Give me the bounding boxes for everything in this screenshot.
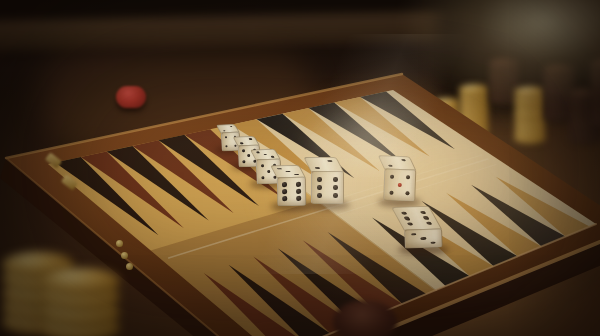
- backgammon-scene: [0, 0, 600, 336]
- vignette: [0, 0, 600, 336]
